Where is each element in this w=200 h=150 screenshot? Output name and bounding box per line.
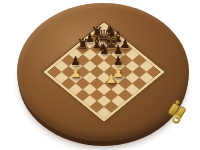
piece-black-knight-c6: ♞ <box>97 41 110 56</box>
piece-black-rook-a5: ♜ <box>77 36 90 50</box>
piece-white-pawn-c2: ♟ <box>70 67 81 79</box>
piece-white-pawn-f4: ♟ <box>106 73 117 85</box>
pieces-layer: ♞♜♝♛♟♟♚♝♜♟♞♟♟♟♟♟ <box>0 0 200 150</box>
board-photo-scene: ♞♜♝♛♟♟♚♝♜♟♞♟♟♟♟♟ <box>0 0 200 150</box>
brass-latch-icon <box>163 96 193 126</box>
